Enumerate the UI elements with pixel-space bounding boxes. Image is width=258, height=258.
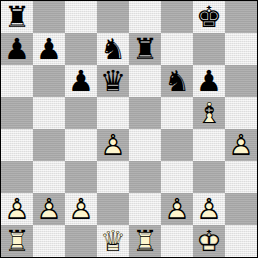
square-h2[interactable]: [225, 193, 257, 225]
square-d6[interactable]: ♛: [97, 65, 129, 97]
square-a7[interactable]: ♟: [1, 33, 33, 65]
square-e3[interactable]: [129, 161, 161, 193]
square-g5[interactable]: ♝♗: [193, 97, 225, 129]
square-g3[interactable]: [193, 161, 225, 193]
square-a3[interactable]: [1, 161, 33, 193]
square-c4[interactable]: [65, 129, 97, 161]
chess-board-frame: ♜♚♟♟♞♜♟♛♞♟♝♗♟♙♟♙♟♙♟♙♟♙♟♙♟♙♜♖♛♕♜♖♚♔: [0, 0, 258, 258]
square-h4[interactable]: ♟♙: [225, 129, 257, 161]
square-g7[interactable]: [193, 33, 225, 65]
square-a8[interactable]: ♜: [1, 1, 33, 33]
square-g1[interactable]: ♚♔: [193, 225, 225, 257]
square-f2[interactable]: ♟♙: [161, 193, 193, 225]
square-b6[interactable]: [33, 65, 65, 97]
square-a6[interactable]: [1, 65, 33, 97]
square-d1[interactable]: ♛♕: [97, 225, 129, 257]
square-b5[interactable]: [33, 97, 65, 129]
square-h3[interactable]: [225, 161, 257, 193]
square-e8[interactable]: [129, 1, 161, 33]
square-h1[interactable]: [225, 225, 257, 257]
square-e4[interactable]: [129, 129, 161, 161]
square-a5[interactable]: [1, 97, 33, 129]
square-e2[interactable]: [129, 193, 161, 225]
king-glyph-fill: ♚: [193, 1, 225, 33]
white-bishop[interactable]: ♝♗: [193, 97, 225, 129]
pawn-glyph-outline: ♙: [65, 193, 97, 225]
square-g8[interactable]: ♚: [193, 1, 225, 33]
square-f8[interactable]: [161, 1, 193, 33]
bishop-glyph-outline: ♗: [193, 97, 225, 129]
white-pawn[interactable]: ♟♙: [65, 193, 97, 225]
white-pawn[interactable]: ♟♙: [33, 193, 65, 225]
square-b8[interactable]: [33, 1, 65, 33]
square-f5[interactable]: [161, 97, 193, 129]
white-pawn[interactable]: ♟♙: [225, 129, 257, 161]
pawn-glyph-fill: ♟: [33, 33, 65, 65]
square-f7[interactable]: [161, 33, 193, 65]
black-pawn[interactable]: ♟: [193, 65, 225, 97]
square-c8[interactable]: [65, 1, 97, 33]
square-d2[interactable]: [97, 193, 129, 225]
pawn-glyph-outline: ♙: [161, 193, 193, 225]
pawn-glyph-fill: ♟: [193, 65, 225, 97]
pawn-glyph-outline: ♙: [225, 129, 257, 161]
square-e7[interactable]: ♜: [129, 33, 161, 65]
black-knight[interactable]: ♞: [161, 65, 193, 97]
square-b2[interactable]: ♟♙: [33, 193, 65, 225]
square-d8[interactable]: [97, 1, 129, 33]
square-a2[interactable]: ♟♙: [1, 193, 33, 225]
square-c2[interactable]: ♟♙: [65, 193, 97, 225]
square-g4[interactable]: [193, 129, 225, 161]
pawn-glyph-outline: ♙: [1, 193, 33, 225]
square-e6[interactable]: [129, 65, 161, 97]
square-c1[interactable]: [65, 225, 97, 257]
square-h6[interactable]: [225, 65, 257, 97]
square-f3[interactable]: [161, 161, 193, 193]
black-pawn[interactable]: ♟: [65, 65, 97, 97]
black-rook[interactable]: ♜: [1, 1, 33, 33]
square-b7[interactable]: ♟: [33, 33, 65, 65]
white-pawn[interactable]: ♟♙: [193, 193, 225, 225]
square-e1[interactable]: ♜♖: [129, 225, 161, 257]
black-rook[interactable]: ♜: [129, 33, 161, 65]
square-b3[interactable]: [33, 161, 65, 193]
square-h5[interactable]: [225, 97, 257, 129]
white-queen[interactable]: ♛♕: [97, 225, 129, 257]
knight-glyph-fill: ♞: [97, 33, 129, 65]
white-pawn[interactable]: ♟♙: [97, 129, 129, 161]
square-d4[interactable]: ♟♙: [97, 129, 129, 161]
square-f4[interactable]: [161, 129, 193, 161]
square-h7[interactable]: [225, 33, 257, 65]
white-pawn[interactable]: ♟♙: [1, 193, 33, 225]
pawn-glyph-outline: ♙: [33, 193, 65, 225]
knight-glyph-fill: ♞: [161, 65, 193, 97]
square-g6[interactable]: ♟: [193, 65, 225, 97]
black-knight[interactable]: ♞: [97, 33, 129, 65]
pawn-glyph-outline: ♙: [193, 193, 225, 225]
square-c3[interactable]: [65, 161, 97, 193]
square-h8[interactable]: [225, 1, 257, 33]
rook-glyph-outline: ♖: [129, 225, 161, 257]
pawn-glyph-fill: ♟: [65, 65, 97, 97]
rook-glyph-fill: ♜: [1, 1, 33, 33]
square-f1[interactable]: [161, 225, 193, 257]
queen-glyph-outline: ♕: [97, 225, 129, 257]
square-b4[interactable]: [33, 129, 65, 161]
square-f6[interactable]: ♞: [161, 65, 193, 97]
square-a4[interactable]: [1, 129, 33, 161]
square-e5[interactable]: [129, 97, 161, 129]
black-pawn[interactable]: ♟: [1, 33, 33, 65]
white-king[interactable]: ♚♔: [193, 225, 225, 257]
rook-glyph-fill: ♜: [129, 33, 161, 65]
square-a1[interactable]: ♜♖: [1, 225, 33, 257]
square-g2[interactable]: ♟♙: [193, 193, 225, 225]
square-b1[interactable]: [33, 225, 65, 257]
pawn-glyph-fill: ♟: [1, 33, 33, 65]
black-queen[interactable]: ♛: [97, 65, 129, 97]
square-c7[interactable]: [65, 33, 97, 65]
square-d7[interactable]: ♞: [97, 33, 129, 65]
black-pawn[interactable]: ♟: [33, 33, 65, 65]
chess-board: ♜♚♟♟♞♜♟♛♞♟♝♗♟♙♟♙♟♙♟♙♟♙♟♙♟♙♜♖♛♕♜♖♚♔: [1, 1, 257, 257]
pawn-glyph-outline: ♙: [97, 129, 129, 161]
queen-glyph-fill: ♛: [97, 65, 129, 97]
white-rook[interactable]: ♜♖: [129, 225, 161, 257]
square-d5[interactable]: [97, 97, 129, 129]
rook-glyph-outline: ♖: [1, 225, 33, 257]
square-c5[interactable]: [65, 97, 97, 129]
black-king[interactable]: ♚: [193, 1, 225, 33]
white-pawn[interactable]: ♟♙: [161, 193, 193, 225]
square-d3[interactable]: [97, 161, 129, 193]
square-c6[interactable]: ♟: [65, 65, 97, 97]
white-rook[interactable]: ♜♖: [1, 225, 33, 257]
king-glyph-outline: ♔: [193, 225, 225, 257]
